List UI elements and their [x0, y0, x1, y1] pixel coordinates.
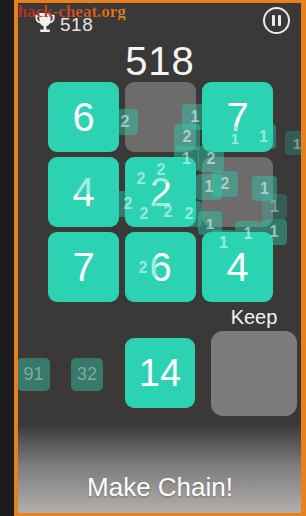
make-chain-button[interactable]: Make Chain!	[14, 424, 306, 516]
board-cell-r3c3[interactable]: 4	[202, 232, 273, 302]
keep-slot[interactable]	[211, 331, 297, 416]
board-cell-r1c3[interactable]: 7	[202, 82, 273, 152]
pause-icon	[278, 15, 281, 26]
queue-tile-91: 91	[17, 358, 50, 391]
make-chain-label: Make Chain!	[87, 472, 233, 503]
pause-button[interactable]	[263, 7, 290, 34]
ghost-tile: 1	[285, 131, 306, 155]
board-cell-r1c2[interactable]	[125, 82, 196, 152]
score-value: 518	[14, 39, 306, 84]
watermark: hack-cheat.org	[18, 3, 126, 20]
board-grid: 6742764	[48, 82, 273, 302]
game-screen: hack-cheat.org 518 518 6742764 212111122…	[14, 0, 306, 516]
board-cell-r2c2[interactable]: 2	[125, 157, 196, 227]
board-cell-r2c3[interactable]	[202, 157, 273, 227]
keep-label: Keep	[211, 306, 297, 329]
pause-icon	[272, 15, 275, 26]
board-cell-r3c1[interactable]: 7	[48, 232, 119, 302]
current-tile[interactable]: 14	[125, 338, 195, 408]
board-cell-r2c1[interactable]: 4	[48, 157, 119, 227]
queue-tile-32: 32	[71, 358, 103, 391]
board-cell-r1c1[interactable]: 6	[48, 82, 119, 152]
board-cell-r3c2[interactable]: 6	[125, 232, 196, 302]
